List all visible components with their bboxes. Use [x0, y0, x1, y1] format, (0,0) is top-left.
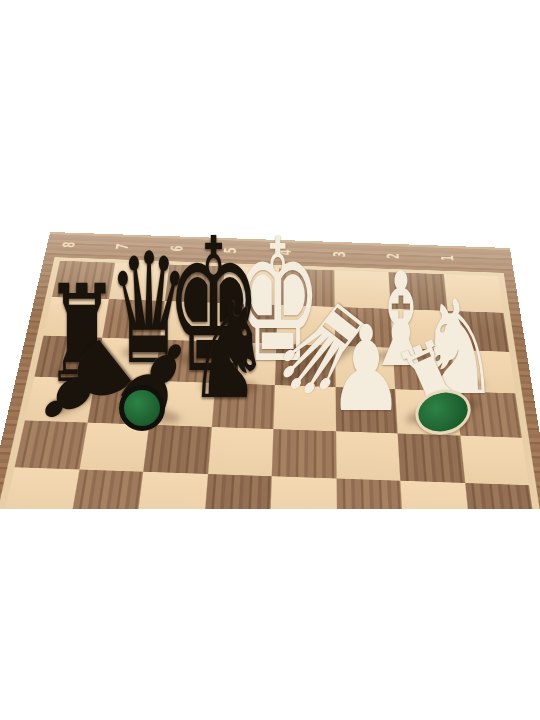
board-square — [460, 436, 529, 486]
board-square — [336, 478, 403, 509]
board-square — [203, 474, 271, 509]
board-square — [137, 472, 208, 509]
board-square — [336, 431, 401, 480]
chess-set-product-photo: 8 7 6 5 4 3 2 1 ♚ ♛ ♚ ♜ ♛ ♝ ♞ ♟ ♟ ♟ ♞ ♜ — [0, 0, 540, 720]
board-square — [272, 429, 336, 478]
board-square — [398, 433, 465, 483]
board-square — [4, 467, 79, 509]
board-square — [70, 469, 143, 509]
board-square — [465, 483, 537, 509]
board-square — [270, 476, 337, 509]
board-square — [400, 481, 469, 509]
board-square — [207, 427, 273, 476]
rank-label-8: 8 — [58, 239, 81, 251]
rank-label-3: 3 — [330, 248, 350, 260]
black-pawn-felt-disc — [119, 385, 165, 431]
